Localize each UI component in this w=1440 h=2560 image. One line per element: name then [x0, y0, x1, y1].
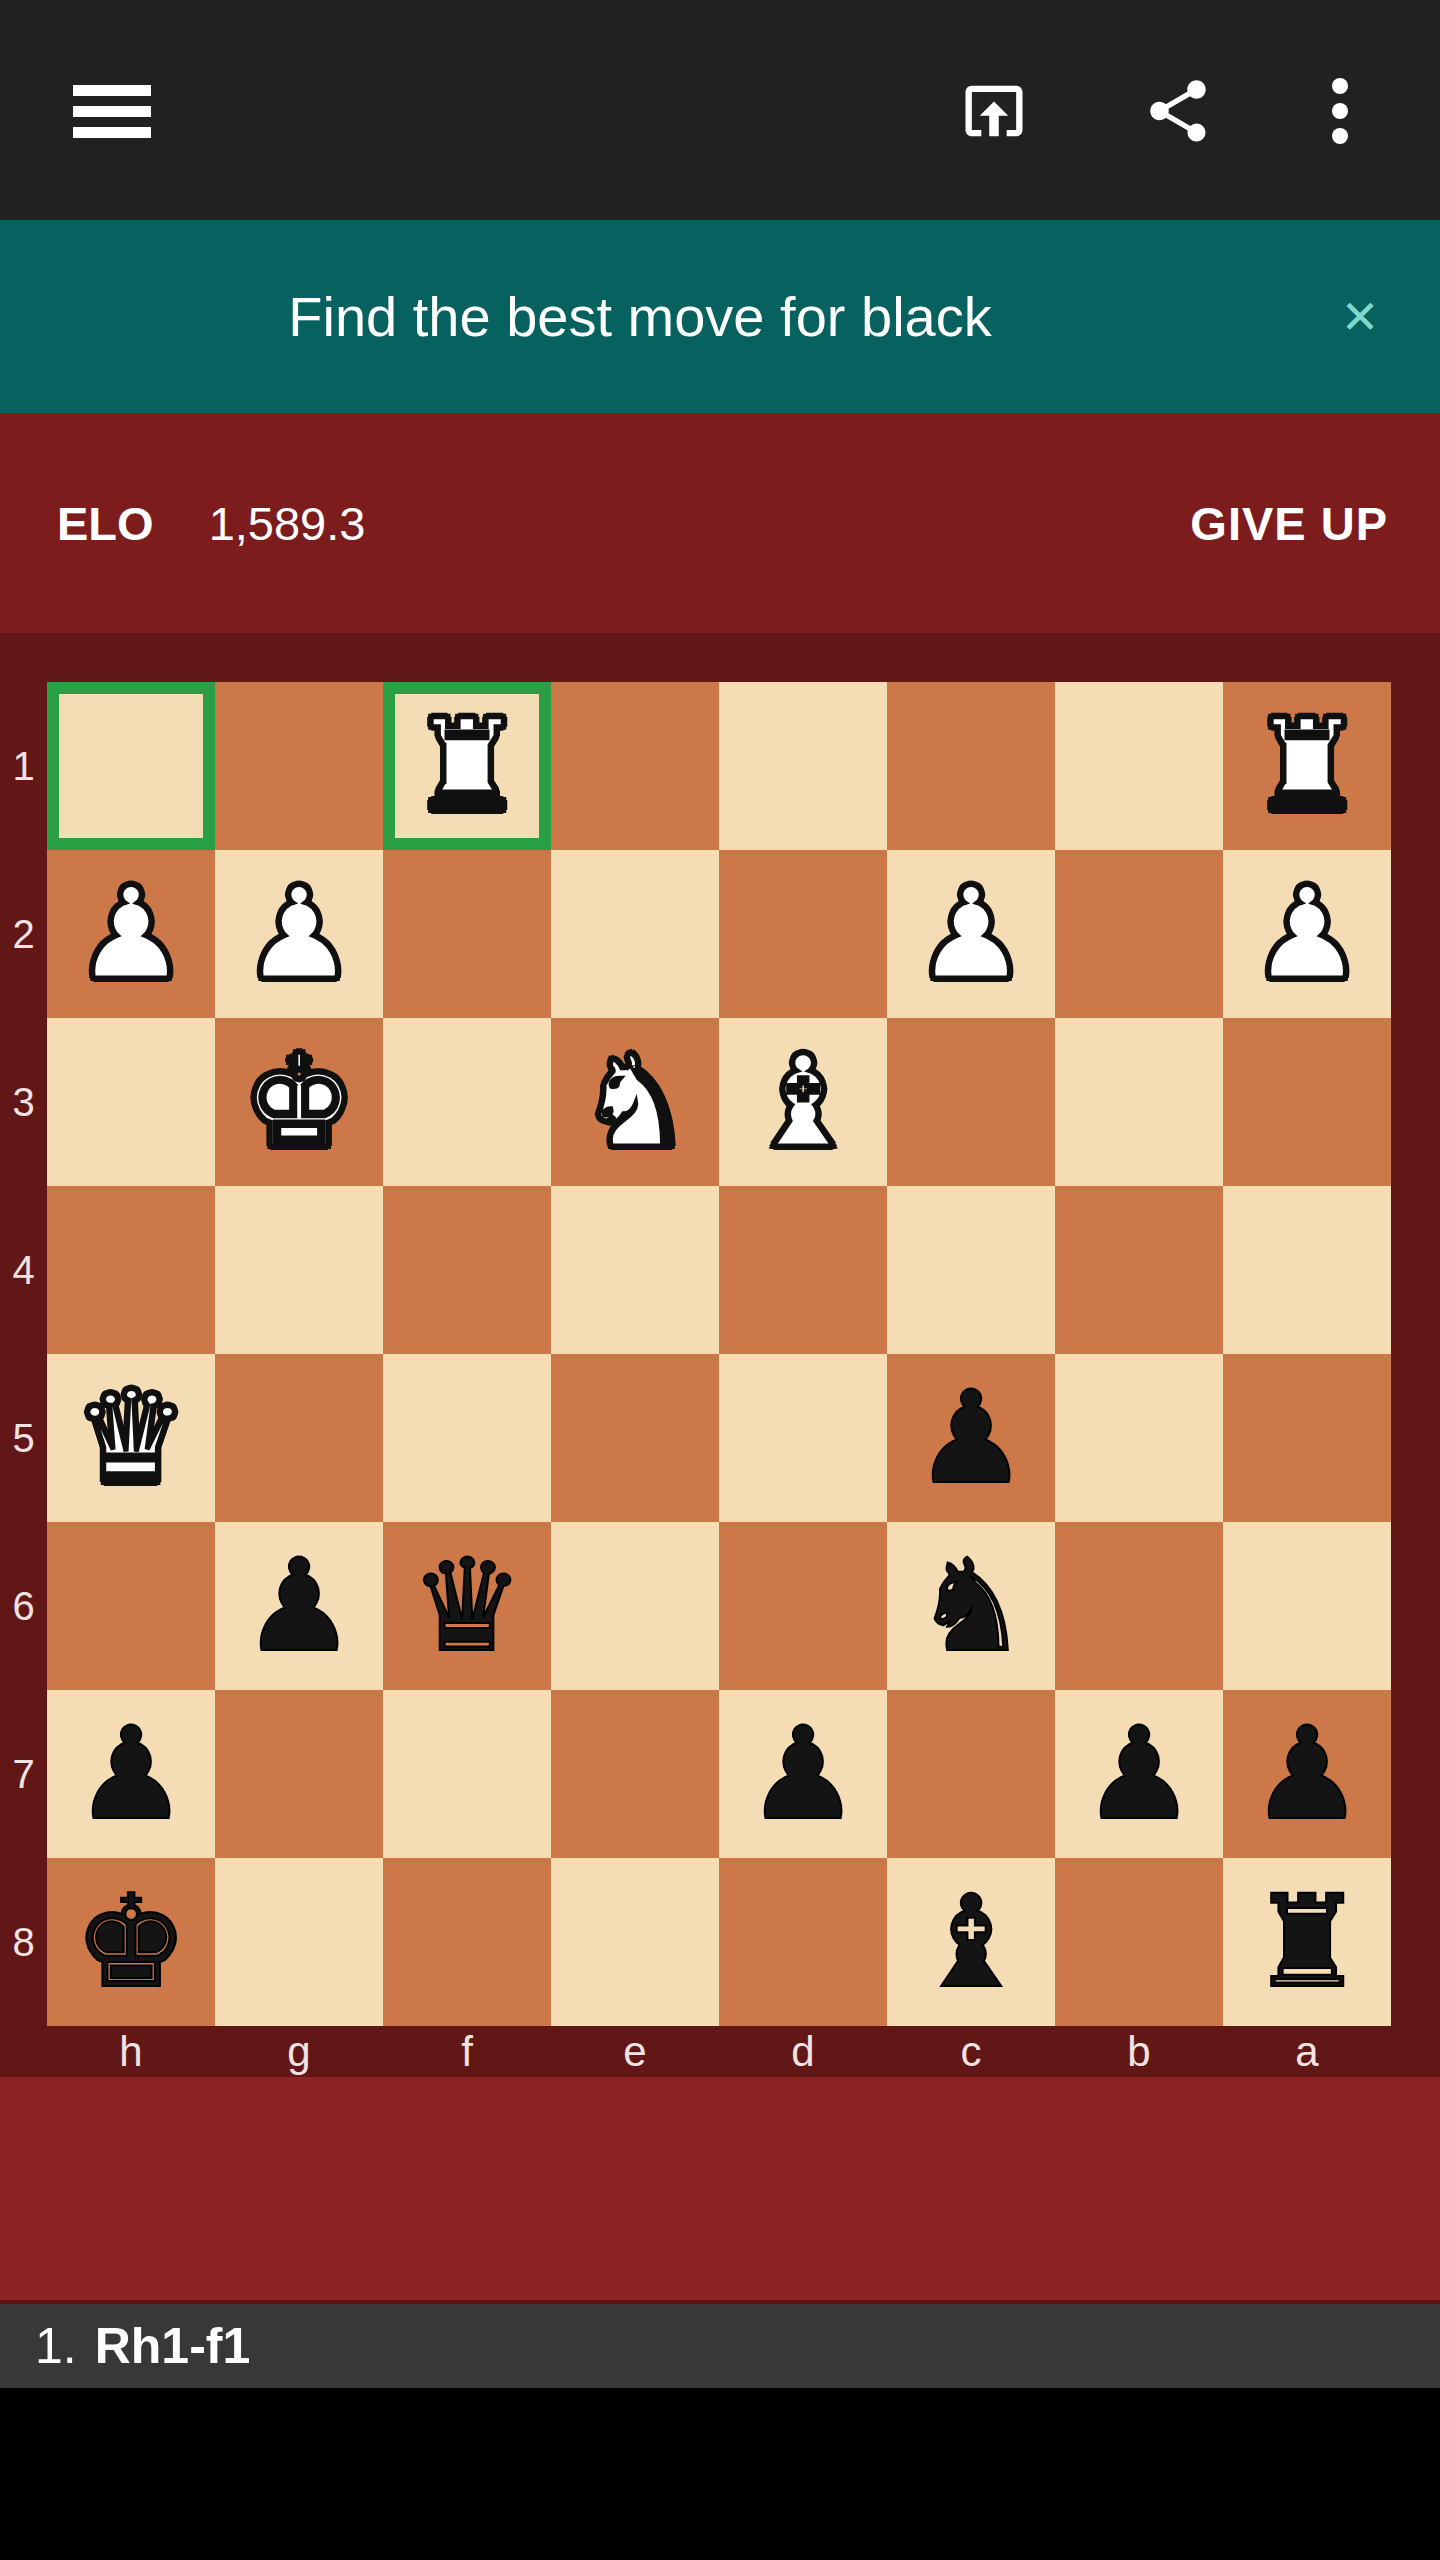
- file-label-g: g: [215, 2026, 383, 2077]
- square-b3[interactable]: [1055, 1018, 1223, 1186]
- square-d2[interactable]: [719, 850, 887, 1018]
- piece-bQ: ♛: [410, 1522, 525, 1690]
- square-d5[interactable]: [719, 1354, 887, 1522]
- square-e1[interactable]: [551, 682, 719, 850]
- piece-wQ: ♛: [74, 1354, 189, 1522]
- square-g4[interactable]: [215, 1186, 383, 1354]
- move-text: Rh1-f1: [95, 2317, 251, 2375]
- rank-label-2: 2: [0, 850, 47, 1018]
- square-a8[interactable]: ♜: [1223, 1858, 1391, 2026]
- square-a5[interactable]: [1223, 1354, 1391, 1522]
- square-e2[interactable]: [551, 850, 719, 1018]
- rank-label-3: 3: [0, 1018, 47, 1186]
- square-c4[interactable]: [887, 1186, 1055, 1354]
- file-label-d: d: [719, 2026, 887, 2077]
- square-b2[interactable]: [1055, 850, 1223, 1018]
- piece-bK: ♚: [74, 1858, 189, 2026]
- square-e8[interactable]: [551, 1858, 719, 2026]
- square-c1[interactable]: [887, 682, 1055, 850]
- square-h2[interactable]: ♟: [47, 850, 215, 1018]
- piece-wR: ♜: [410, 682, 525, 850]
- piece-bP: ♟: [746, 1690, 861, 1858]
- file-label-e: e: [551, 2026, 719, 2077]
- puzzle-instruction: Find the best move for black: [0, 284, 1280, 349]
- close-icon[interactable]: ✕: [1280, 290, 1440, 344]
- square-d3[interactable]: ♝: [719, 1018, 887, 1186]
- piece-bP: ♟: [1082, 1690, 1197, 1858]
- square-b6[interactable]: [1055, 1522, 1223, 1690]
- elo-label: ELO: [57, 496, 154, 551]
- square-b1[interactable]: [1055, 682, 1223, 850]
- rank-label-1: 1: [0, 682, 47, 850]
- square-c8[interactable]: ♝: [887, 1858, 1055, 2026]
- square-e6[interactable]: [551, 1522, 719, 1690]
- square-c3[interactable]: [887, 1018, 1055, 1186]
- square-e7[interactable]: [551, 1690, 719, 1858]
- square-a7[interactable]: ♟: [1223, 1690, 1391, 1858]
- android-nav-bar: [0, 2388, 1440, 2560]
- status-band: ELO 1,589.3 GIVE UP: [0, 413, 1440, 633]
- square-f2[interactable]: [383, 850, 551, 1018]
- square-e3[interactable]: ♞: [551, 1018, 719, 1186]
- file-label-a: a: [1223, 2026, 1391, 2077]
- square-f6[interactable]: ♛: [383, 1522, 551, 1690]
- piece-bP: ♟: [914, 1354, 1029, 1522]
- board-squares: ♜♜♟♟♟♟♚♞♝♛♟♟♛♞♟♟♟♟♚♝♜: [47, 682, 1391, 2026]
- square-d7[interactable]: ♟: [719, 1690, 887, 1858]
- square-g7[interactable]: [215, 1690, 383, 1858]
- square-g8[interactable]: [215, 1858, 383, 2026]
- square-c2[interactable]: ♟: [887, 850, 1055, 1018]
- rank-label-5: 5: [0, 1354, 47, 1522]
- piece-wN: ♞: [578, 1018, 693, 1186]
- square-b7[interactable]: ♟: [1055, 1690, 1223, 1858]
- square-a4[interactable]: [1223, 1186, 1391, 1354]
- piece-wB: ♝: [746, 1018, 861, 1186]
- overflow-icon[interactable]: [1299, 70, 1381, 152]
- square-g1[interactable]: [215, 682, 383, 850]
- piece-wR: ♜: [1250, 682, 1365, 850]
- square-b8[interactable]: [1055, 1858, 1223, 2026]
- square-h3[interactable]: [47, 1018, 215, 1186]
- share-icon[interactable]: [1137, 70, 1219, 152]
- piece-wP: ♟: [242, 850, 357, 1018]
- piece-wP: ♟: [914, 850, 1029, 1018]
- piece-bP: ♟: [74, 1690, 189, 1858]
- menu-icon[interactable]: [73, 85, 151, 138]
- file-labels: hgfedcba: [47, 2026, 1391, 2077]
- square-f1[interactable]: ♜: [383, 682, 551, 850]
- move-bar[interactable]: 1. Rh1-f1: [0, 2300, 1440, 2388]
- square-c5[interactable]: ♟: [887, 1354, 1055, 1522]
- square-h7[interactable]: ♟: [47, 1690, 215, 1858]
- square-f8[interactable]: [383, 1858, 551, 2026]
- square-a6[interactable]: [1223, 1522, 1391, 1690]
- square-b4[interactable]: [1055, 1186, 1223, 1354]
- file-label-c: c: [887, 2026, 1055, 2077]
- export-icon[interactable]: [953, 70, 1035, 152]
- rank-labels: 12345678: [0, 682, 47, 2026]
- square-h4[interactable]: [47, 1186, 215, 1354]
- piece-bB: ♝: [914, 1858, 1029, 2026]
- square-f3[interactable]: [383, 1018, 551, 1186]
- rank-label-6: 6: [0, 1522, 47, 1690]
- piece-bP: ♟: [242, 1522, 357, 1690]
- rank-label-8: 8: [0, 1858, 47, 2026]
- file-label-h: h: [47, 2026, 215, 2077]
- square-d1[interactable]: [719, 682, 887, 850]
- square-g3[interactable]: ♚: [215, 1018, 383, 1186]
- square-h6[interactable]: [47, 1522, 215, 1690]
- square-d8[interactable]: [719, 1858, 887, 2026]
- square-g5[interactable]: [215, 1354, 383, 1522]
- square-g6[interactable]: ♟: [215, 1522, 383, 1690]
- square-a3[interactable]: [1223, 1018, 1391, 1186]
- square-c6[interactable]: ♞: [887, 1522, 1055, 1690]
- piece-wP: ♟: [74, 850, 189, 1018]
- square-h8[interactable]: ♚: [47, 1858, 215, 2026]
- piece-wK: ♚: [242, 1018, 357, 1186]
- square-f5[interactable]: [383, 1354, 551, 1522]
- rank-label-4: 4: [0, 1186, 47, 1354]
- move-number: 1.: [35, 2317, 77, 2375]
- chess-board: 12345678 ♜♜♟♟♟♟♚♞♝♛♟♟♛♞♟♟♟♟♚♝♜ hgfedcba: [0, 633, 1440, 2077]
- piece-wP: ♟: [1250, 850, 1365, 1018]
- square-h1[interactable]: [47, 682, 215, 850]
- square-d6[interactable]: [719, 1522, 887, 1690]
- file-label-f: f: [383, 2026, 551, 2077]
- square-b5[interactable]: [1055, 1354, 1223, 1522]
- puzzle-banner: Find the best move for black ✕: [0, 220, 1440, 413]
- square-h5[interactable]: ♛: [47, 1354, 215, 1522]
- give-up-button[interactable]: GIVE UP: [1190, 496, 1388, 551]
- square-d4[interactable]: [719, 1186, 887, 1354]
- square-c7[interactable]: [887, 1690, 1055, 1858]
- square-f4[interactable]: [383, 1186, 551, 1354]
- piece-bR: ♜: [1250, 1858, 1365, 2026]
- file-label-b: b: [1055, 2026, 1223, 2077]
- rank-label-7: 7: [0, 1690, 47, 1858]
- footer-panel: [0, 2077, 1440, 2300]
- square-a2[interactable]: ♟: [1223, 850, 1391, 1018]
- square-g2[interactable]: ♟: [215, 850, 383, 1018]
- piece-bP: ♟: [1250, 1690, 1365, 1858]
- app-bar: [0, 0, 1440, 220]
- piece-bN: ♞: [914, 1522, 1029, 1690]
- square-a1[interactable]: ♜: [1223, 682, 1391, 850]
- square-e4[interactable]: [551, 1186, 719, 1354]
- square-f7[interactable]: [383, 1690, 551, 1858]
- square-e5[interactable]: [551, 1354, 719, 1522]
- elo-value: 1,589.3: [209, 496, 366, 551]
